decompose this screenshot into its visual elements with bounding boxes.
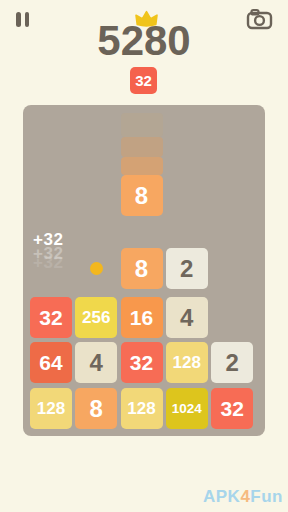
tile-1024: 1024: [166, 388, 208, 429]
watermark-text: 4: [240, 487, 250, 506]
tile-32: 32: [30, 297, 72, 338]
tile-8: 8: [75, 388, 117, 429]
tile-256: 256: [75, 297, 117, 338]
board[interactable]: +32 +32 +32 8232256164644321282128812810…: [23, 105, 265, 436]
tile-2: 2: [211, 342, 253, 383]
tile-32: 32: [121, 342, 163, 383]
falling-tile-trail: [121, 113, 163, 137]
tile-64: 64: [30, 342, 72, 383]
watermark-text: Fun: [250, 487, 283, 506]
next-tile: 32: [130, 67, 157, 94]
falling-tile-trail: [121, 157, 163, 175]
bonus-dot: [90, 262, 103, 275]
tile-16: 16: [121, 297, 163, 338]
tile-2: 2: [166, 248, 208, 289]
score-value: 5280: [0, 20, 288, 62]
game-screen: 5280 32 +32 +32 +32 82322561646443212821…: [0, 0, 288, 512]
tile-8: 8: [121, 248, 163, 289]
tile-128: 128: [166, 342, 208, 383]
tile-32: 32: [211, 388, 253, 429]
falling-tile-8: 8: [121, 175, 163, 216]
watermark-text: APK: [203, 487, 240, 506]
tile-128: 128: [30, 388, 72, 429]
tile-4: 4: [75, 342, 117, 383]
falling-tile-trail: [121, 137, 163, 157]
next-tile-value: 32: [135, 72, 152, 89]
tile-128: 128: [121, 388, 163, 429]
score-popup-ghost: +32: [33, 254, 63, 271]
watermark: APK4Fun: [203, 488, 283, 505]
tile-4: 4: [166, 297, 208, 338]
